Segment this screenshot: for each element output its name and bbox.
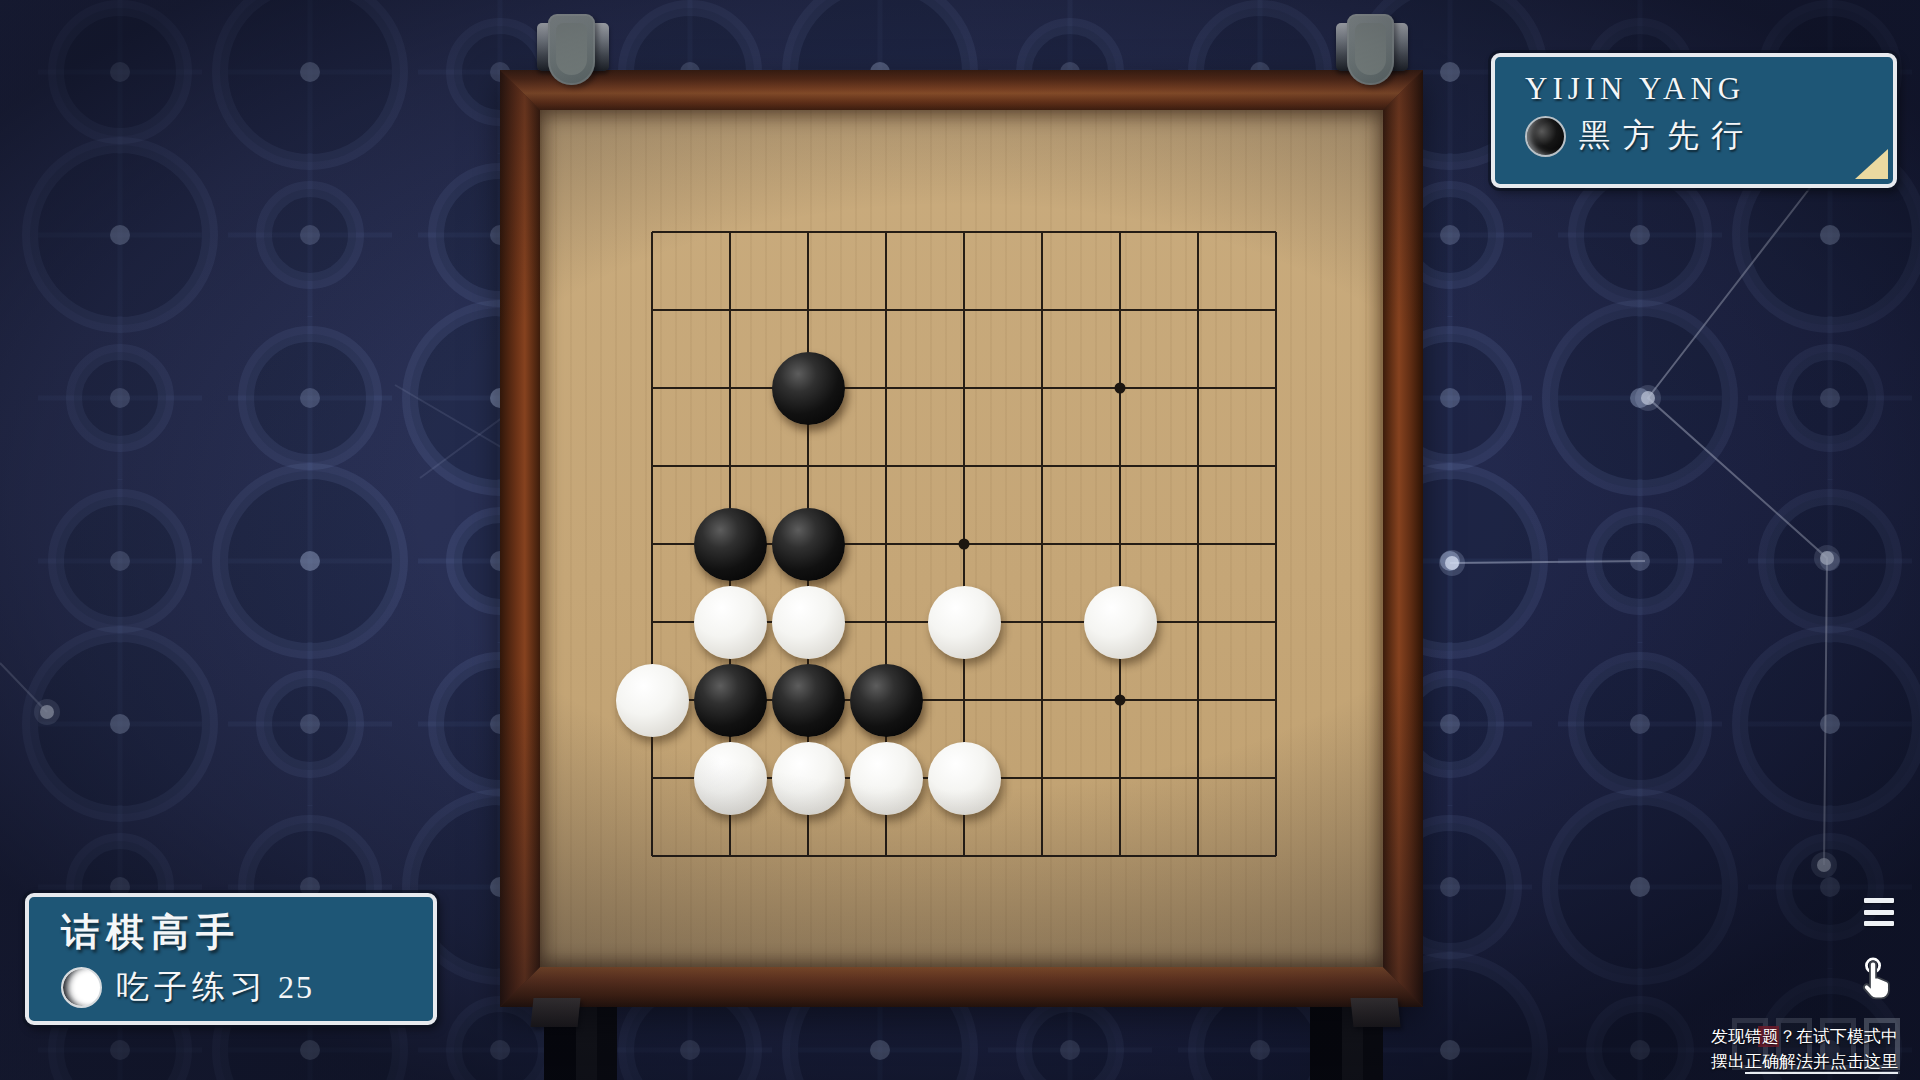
black-stone-C7[interactable] [772, 352, 845, 425]
black-stone-C3[interactable] [772, 664, 845, 737]
mode-subtitle: 吃子练习 [116, 965, 268, 1010]
white-stone-A3[interactable] [616, 664, 689, 737]
error-report-hint: 发现错题？在试下模式中 摆出正确解法并点击这里 [1638, 1024, 1898, 1074]
player-name: YIJIN YANG [1525, 71, 1893, 107]
board-clip-left [535, 14, 611, 86]
turn-indicator-text: 黑方先行 [1579, 114, 1755, 158]
white-stone-C4[interactable] [772, 586, 845, 659]
white-stone-E2[interactable] [928, 742, 1001, 815]
go-board-surface[interactable] [540, 110, 1383, 967]
board-frame [500, 70, 1423, 1007]
frame-rail-bottom [500, 967, 1423, 1007]
menu-button[interactable] [1862, 895, 1896, 931]
white-stone-G4[interactable] [1084, 586, 1157, 659]
app-stage: YIJIN YANG 黑方先行 诘棋高手 吃子练习 25 发现错题？在试下模式中 [0, 0, 1920, 1080]
white-stone-B2[interactable] [694, 742, 767, 815]
frame-rail-right [1383, 70, 1423, 1007]
clip-front-flap [548, 14, 595, 85]
black-stone-C5[interactable] [772, 508, 845, 581]
frame-corner-bracket-right [1350, 998, 1400, 1027]
practice-mode-panel: 诘棋高手 吃子练习 25 [25, 893, 437, 1025]
clip-front-flap [1347, 14, 1394, 85]
frame-rail-left [500, 70, 540, 1007]
hamburger-icon [1864, 898, 1894, 903]
tap-hand-cursor-icon [1858, 955, 1902, 1005]
hint-line2: 摆出正确解法并点击这里 [1638, 1049, 1898, 1074]
black-stone-B5[interactable] [694, 508, 767, 581]
hint-click-here-link[interactable]: 正确解法并点击这里 [1745, 1052, 1898, 1074]
white-stone-C2[interactable] [772, 742, 845, 815]
board-clip-right [1334, 14, 1410, 86]
player-turn-panel[interactable]: YIJIN YANG 黑方先行 [1491, 53, 1897, 188]
black-stone-icon [1525, 116, 1566, 157]
problem-number: 25 [278, 969, 314, 1006]
frame-rail-top [500, 70, 1423, 110]
white-stone-B4[interactable] [694, 586, 767, 659]
panel-expand-triangle[interactable] [1855, 149, 1888, 179]
mode-title: 诘棋高手 [61, 907, 433, 958]
white-stone-icon [61, 967, 102, 1008]
white-stone-E4[interactable] [928, 586, 1001, 659]
white-stone-D2[interactable] [850, 742, 923, 815]
black-stone-D3[interactable] [850, 664, 923, 737]
black-stone-B3[interactable] [694, 664, 767, 737]
frame-corner-bracket-left [530, 998, 580, 1027]
hint-line1: 发现错题？在试下模式中 [1638, 1024, 1898, 1049]
